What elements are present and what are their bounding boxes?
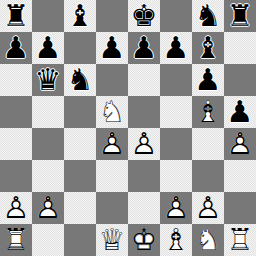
white-pawn-icon: ♟ [0,192,32,224]
black-knight-icon: ♞ [192,0,224,32]
square-c3[interactable] [64,160,96,192]
square-a5[interactable] [0,96,32,128]
square-b8[interactable] [32,0,64,32]
white-pawn-icon: ♟ [128,128,160,160]
black-pawn-icon: ♟ [96,32,128,64]
square-h1[interactable]: ♜♖ [224,224,256,256]
white-pawn-icon: ♟ [160,192,192,224]
square-c6[interactable]: ♞ [64,64,96,96]
white-pawn-icon: ♟ [224,128,256,160]
square-g4[interactable] [192,128,224,160]
square-a6[interactable] [0,64,32,96]
square-d2[interactable] [96,192,128,224]
white-rook-icon-outline: ♖ [0,224,32,256]
white-bishop-icon-outline: ♗ [192,96,224,128]
black-queen-icon: ♛ [32,64,64,96]
black-pawn-icon: ♟ [128,32,160,64]
square-a7[interactable]: ♟ [0,32,32,64]
white-queen-icon-outline: ♕ [96,224,128,256]
square-e2[interactable] [128,192,160,224]
white-pawn-icon: ♟ [192,192,224,224]
white-pawn-icon-outline: ♙ [32,192,64,224]
square-d8[interactable] [96,0,128,32]
white-knight-icon-outline: ♘ [96,96,128,128]
square-b3[interactable] [32,160,64,192]
black-bishop-icon: ♝ [192,32,224,64]
square-f5[interactable] [160,96,192,128]
square-e7[interactable]: ♟ [128,32,160,64]
square-f1[interactable]: ♝♗ [160,224,192,256]
square-h5[interactable]: ♟ [224,96,256,128]
square-f7[interactable]: ♟ [160,32,192,64]
white-pawn-icon-outline: ♙ [224,128,256,160]
square-e8[interactable]: ♚ [128,0,160,32]
square-g2[interactable]: ♟♙ [192,192,224,224]
square-c5[interactable] [64,96,96,128]
square-c2[interactable] [64,192,96,224]
square-h7[interactable] [224,32,256,64]
white-knight-icon-outline: ♘ [192,224,224,256]
square-g6[interactable]: ♟ [192,64,224,96]
white-pawn-icon: ♟ [96,128,128,160]
white-king-icon-outline: ♔ [128,224,160,256]
square-g8[interactable]: ♞ [192,0,224,32]
square-a3[interactable] [0,160,32,192]
square-a4[interactable] [0,128,32,160]
square-h8[interactable]: ♜ [224,0,256,32]
square-e1[interactable]: ♚♔ [128,224,160,256]
square-h6[interactable] [224,64,256,96]
white-bishop-icon: ♝ [160,224,192,256]
black-king-icon: ♚ [128,0,160,32]
square-h4[interactable]: ♟♙ [224,128,256,160]
square-g5[interactable]: ♝♗ [192,96,224,128]
square-g3[interactable] [192,160,224,192]
square-d7[interactable]: ♟ [96,32,128,64]
square-c4[interactable] [64,128,96,160]
square-b5[interactable] [32,96,64,128]
square-a2[interactable]: ♟♙ [0,192,32,224]
white-pawn-icon-outline: ♙ [0,192,32,224]
white-rook-icon-outline: ♖ [224,224,256,256]
square-e3[interactable] [128,160,160,192]
square-f4[interactable] [160,128,192,160]
square-a8[interactable]: ♜ [0,0,32,32]
black-pawn-icon: ♟ [160,32,192,64]
black-rook-icon: ♜ [0,0,32,32]
square-d1[interactable]: ♛♕ [96,224,128,256]
square-c8[interactable]: ♝ [64,0,96,32]
square-e6[interactable] [128,64,160,96]
square-b6[interactable]: ♛ [32,64,64,96]
black-knight-icon: ♞ [64,64,96,96]
black-rook-icon: ♜ [224,0,256,32]
white-pawn-icon: ♟ [32,192,64,224]
white-bishop-icon-outline: ♗ [160,224,192,256]
white-king-icon: ♚ [128,224,160,256]
white-rook-icon: ♜ [0,224,32,256]
square-h2[interactable] [224,192,256,224]
square-d3[interactable] [96,160,128,192]
white-bishop-icon: ♝ [192,96,224,128]
square-c7[interactable] [64,32,96,64]
square-f8[interactable] [160,0,192,32]
square-f3[interactable] [160,160,192,192]
square-g1[interactable]: ♞♘ [192,224,224,256]
black-pawn-icon: ♟ [0,32,32,64]
square-h3[interactable] [224,160,256,192]
square-g7[interactable]: ♝ [192,32,224,64]
black-pawn-icon: ♟ [32,32,64,64]
square-c1[interactable] [64,224,96,256]
white-pawn-icon-outline: ♙ [160,192,192,224]
white-knight-icon: ♞ [96,96,128,128]
white-rook-icon: ♜ [224,224,256,256]
square-b1[interactable] [32,224,64,256]
white-pawn-icon-outline: ♙ [128,128,160,160]
square-d6[interactable] [96,64,128,96]
white-pawn-icon-outline: ♙ [192,192,224,224]
black-pawn-icon: ♟ [224,96,256,128]
black-pawn-icon: ♟ [192,64,224,96]
white-pawn-icon-outline: ♙ [96,128,128,160]
black-bishop-icon: ♝ [64,0,96,32]
square-d5[interactable]: ♞♘ [96,96,128,128]
square-e5[interactable] [128,96,160,128]
chess-board: ♜♝♚♞♜♟♟♟♟♟♝♛♞♟♞♘♝♗♟♟♙♟♙♟♙♟♙♟♙♟♙♟♙♜♖♛♕♚♔♝… [0,0,256,256]
square-a1[interactable]: ♜♖ [0,224,32,256]
white-queen-icon: ♛ [96,224,128,256]
square-f6[interactable] [160,64,192,96]
square-b2[interactable]: ♟♙ [32,192,64,224]
square-b4[interactable] [32,128,64,160]
square-b7[interactable]: ♟ [32,32,64,64]
square-e4[interactable]: ♟♙ [128,128,160,160]
white-knight-icon: ♞ [192,224,224,256]
square-d4[interactable]: ♟♙ [96,128,128,160]
square-f2[interactable]: ♟♙ [160,192,192,224]
